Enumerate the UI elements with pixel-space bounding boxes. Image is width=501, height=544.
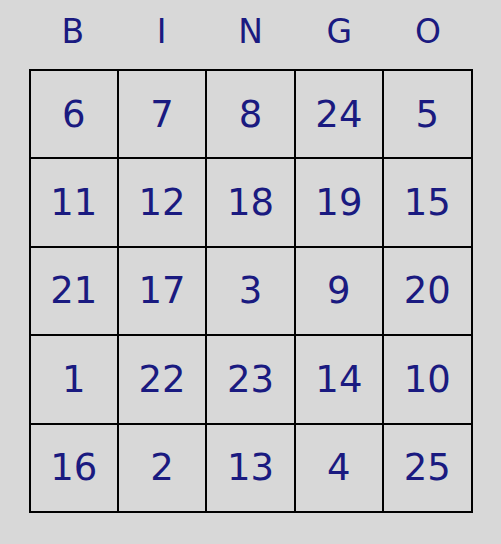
bingo-header-row: BINGO <box>29 0 473 69</box>
bingo-cell-number: 2 <box>150 449 174 486</box>
bingo-cell-r5c4[interactable]: 4 <box>296 425 382 511</box>
bingo-cell-number: 10 <box>404 361 451 398</box>
bingo-cell-number: 17 <box>139 272 186 309</box>
bingo-cell-r4c1[interactable]: 1 <box>31 336 117 422</box>
bingo-cell-r2c2[interactable]: 12 <box>119 159 205 245</box>
bingo-cell-number: 4 <box>327 449 351 486</box>
bingo-cell-r4c5[interactable]: 10 <box>384 336 470 422</box>
bingo-cell-number: 25 <box>404 449 451 486</box>
bingo-cell-r3c5[interactable]: 20 <box>384 248 470 334</box>
bingo-cell-number: 12 <box>139 184 186 221</box>
column-letter-B: B <box>29 15 118 54</box>
bingo-cell-r1c5[interactable]: 5 <box>384 71 470 157</box>
bingo-cell-number: 7 <box>150 96 174 133</box>
column-letter-N: N <box>206 15 295 54</box>
bingo-cell-number: 20 <box>404 272 451 309</box>
bingo-cell-r4c4[interactable]: 14 <box>296 336 382 422</box>
bingo-cell-r5c2[interactable]: 2 <box>119 425 205 511</box>
column-letter-O: O <box>384 15 473 54</box>
bingo-cell-number: 18 <box>227 184 274 221</box>
bingo-cell-r5c3[interactable]: 13 <box>207 425 293 511</box>
bingo-cell-number: 13 <box>227 449 274 486</box>
bingo-cell-r4c2[interactable]: 22 <box>119 336 205 422</box>
bingo-cell-r5c5[interactable]: 25 <box>384 425 470 511</box>
bingo-cell-r5c1[interactable]: 16 <box>31 425 117 511</box>
bingo-board: 6782451112181915211739201222314101621342… <box>29 69 473 513</box>
bingo-cell-r2c1[interactable]: 11 <box>31 159 117 245</box>
bingo-cell-number: 23 <box>227 361 274 398</box>
bingo-cell-number: 1 <box>62 361 86 398</box>
bingo-cell-r2c3[interactable]: 18 <box>207 159 293 245</box>
bingo-cell-number: 15 <box>404 184 451 221</box>
bingo-cell-number: 22 <box>139 361 186 398</box>
bingo-cell-number: 16 <box>50 449 97 486</box>
column-letter-I: I <box>117 15 206 54</box>
bingo-cell-r1c3[interactable]: 8 <box>207 71 293 157</box>
bingo-cell-number: 21 <box>50 272 97 309</box>
bingo-cell-r3c4[interactable]: 9 <box>296 248 382 334</box>
bingo-cell-r3c1[interactable]: 21 <box>31 248 117 334</box>
bingo-cell-number: 19 <box>315 184 362 221</box>
bingo-cell-r1c4[interactable]: 24 <box>296 71 382 157</box>
bingo-cell-r1c1[interactable]: 6 <box>31 71 117 157</box>
bingo-cell-r1c2[interactable]: 7 <box>119 71 205 157</box>
column-letter-G: G <box>295 15 384 54</box>
bingo-cell-number: 14 <box>315 361 362 398</box>
bingo-cell-r4c3[interactable]: 23 <box>207 336 293 422</box>
bingo-cell-number: 5 <box>416 96 440 133</box>
bingo-cell-number: 6 <box>62 96 86 133</box>
bingo-cell-r2c5[interactable]: 15 <box>384 159 470 245</box>
bingo-cell-r3c2[interactable]: 17 <box>119 248 205 334</box>
bingo-cell-number: 9 <box>327 272 351 309</box>
bingo-cell-number: 3 <box>239 272 263 309</box>
bingo-cell-number: 11 <box>50 184 97 221</box>
bingo-cell-number: 24 <box>315 96 362 133</box>
bingo-cell-number: 8 <box>239 96 263 133</box>
bingo-card: BINGO 6782451112181915211739201222314101… <box>29 0 473 513</box>
bingo-cell-r2c4[interactable]: 19 <box>296 159 382 245</box>
bingo-cell-r3c3[interactable]: 3 <box>207 248 293 334</box>
